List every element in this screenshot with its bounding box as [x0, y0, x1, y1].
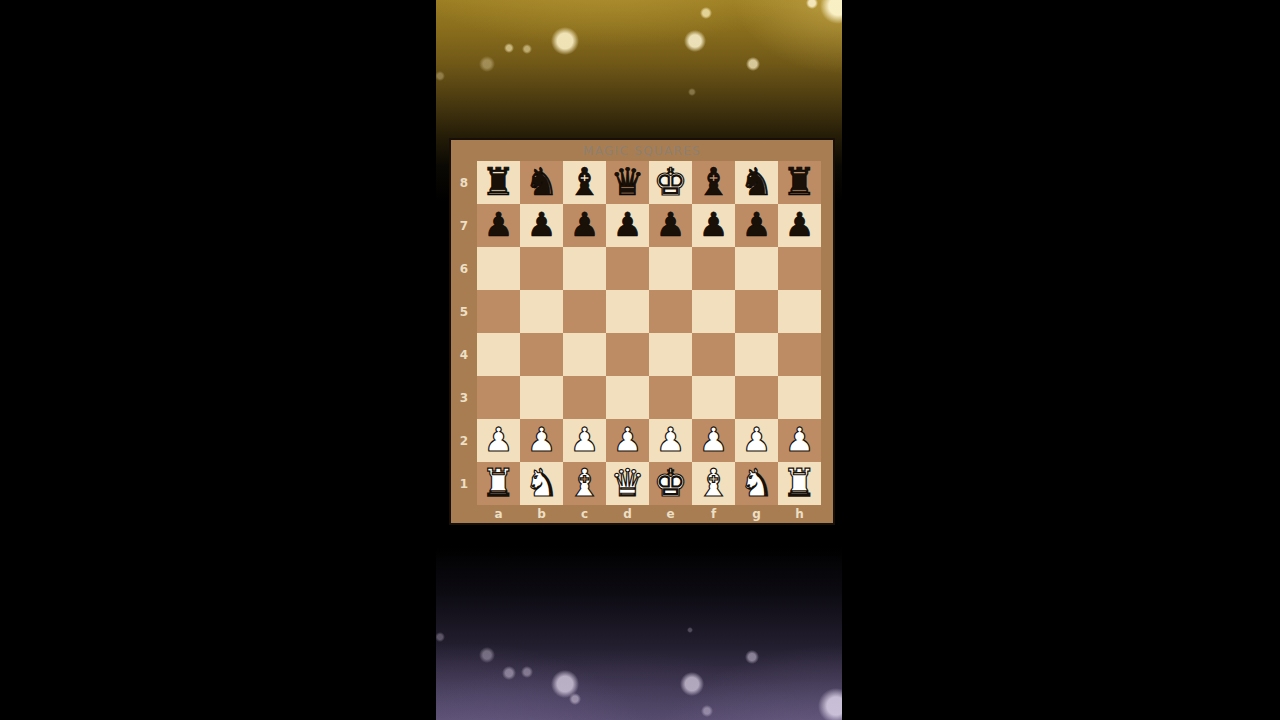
square-c4[interactable] [563, 333, 606, 376]
square-e3[interactable] [649, 376, 692, 419]
white-pawn[interactable]: ♟ [613, 423, 643, 456]
square-e6[interactable] [649, 247, 692, 290]
square-b3[interactable] [520, 376, 563, 419]
white-rook[interactable]: ♜ [782, 464, 816, 502]
square-d7[interactable]: ♟ [606, 204, 649, 247]
square-a4[interactable] [477, 333, 520, 376]
white-pawn[interactable]: ♟ [699, 423, 729, 456]
black-rook[interactable]: ♜ [481, 163, 515, 201]
square-g6[interactable] [735, 247, 778, 290]
square-f8[interactable]: ♝ [692, 161, 735, 204]
square-e1[interactable]: ♚ [649, 462, 692, 505]
square-c2[interactable]: ♟ [563, 419, 606, 462]
square-g1[interactable]: ♞ [735, 462, 778, 505]
square-h1[interactable]: ♜ [778, 462, 821, 505]
square-d5[interactable] [606, 290, 649, 333]
file-label-a: a [477, 505, 520, 523]
black-bishop[interactable]: ♝ [567, 163, 601, 201]
rank-label-7: 7 [451, 204, 477, 247]
square-a1[interactable]: ♜ [477, 462, 520, 505]
square-g4[interactable] [735, 333, 778, 376]
square-a6[interactable] [477, 247, 520, 290]
square-a3[interactable] [477, 376, 520, 419]
square-f4[interactable] [692, 333, 735, 376]
square-f7[interactable]: ♟ [692, 204, 735, 247]
square-b1[interactable]: ♞ [520, 462, 563, 505]
square-e2[interactable]: ♟ [649, 419, 692, 462]
white-pawn[interactable]: ♟ [527, 423, 557, 456]
black-bishop[interactable]: ♝ [696, 163, 730, 201]
square-h3[interactable] [778, 376, 821, 419]
square-b5[interactable] [520, 290, 563, 333]
black-pawn[interactable]: ♟ [785, 208, 815, 241]
square-c1[interactable]: ♝ [563, 462, 606, 505]
white-pawn[interactable]: ♟ [656, 423, 686, 456]
square-b2[interactable]: ♟ [520, 419, 563, 462]
square-c3[interactable] [563, 376, 606, 419]
rank-label-8: 8 [451, 161, 477, 204]
black-queen[interactable]: ♛ [610, 163, 644, 201]
white-bishop[interactable]: ♝ [567, 464, 601, 502]
square-h7[interactable]: ♟ [778, 204, 821, 247]
square-f1[interactable]: ♝ [692, 462, 735, 505]
square-d1[interactable]: ♛ [606, 462, 649, 505]
square-b4[interactable] [520, 333, 563, 376]
black-pawn[interactable]: ♟ [527, 208, 557, 241]
black-pawn[interactable]: ♟ [484, 208, 514, 241]
black-pawn[interactable]: ♟ [570, 208, 600, 241]
chess-board-panel: MAGIC SQUARES 87654321 ♜♞♝♛♚♝♞♜♟♟♟♟♟♟♟♟♟… [449, 138, 835, 525]
square-c6[interactable] [563, 247, 606, 290]
square-a7[interactable]: ♟ [477, 204, 520, 247]
square-e8[interactable]: ♚ [649, 161, 692, 204]
white-pawn[interactable]: ♟ [742, 423, 772, 456]
white-knight[interactable]: ♞ [739, 464, 773, 502]
square-c8[interactable]: ♝ [563, 161, 606, 204]
screenshot-stage: MAGIC SQUARES 87654321 ♜♞♝♛♚♝♞♜♟♟♟♟♟♟♟♟♟… [0, 0, 1280, 720]
square-f5[interactable] [692, 290, 735, 333]
rank-label-5: 5 [451, 290, 477, 333]
rank-labels: 87654321 [451, 161, 477, 505]
black-pawn[interactable]: ♟ [742, 208, 772, 241]
square-h5[interactable] [778, 290, 821, 333]
chess-board: ♜♞♝♛♚♝♞♜♟♟♟♟♟♟♟♟♟♟♟♟♟♟♟♟♜♞♝♛♚♝♞♜ [477, 161, 821, 505]
square-g5[interactable] [735, 290, 778, 333]
white-pawn[interactable]: ♟ [785, 423, 815, 456]
file-label-d: d [606, 505, 649, 523]
white-knight[interactable]: ♞ [524, 464, 558, 502]
square-e5[interactable] [649, 290, 692, 333]
square-c7[interactable]: ♟ [563, 204, 606, 247]
black-king[interactable]: ♚ [653, 163, 687, 201]
square-e7[interactable]: ♟ [649, 204, 692, 247]
black-knight[interactable]: ♞ [739, 163, 773, 201]
white-king[interactable]: ♚ [653, 464, 687, 502]
app-title: MAGIC SQUARES [451, 140, 833, 161]
file-label-b: b [520, 505, 563, 523]
rank-label-4: 4 [451, 333, 477, 376]
file-label-g: g [735, 505, 778, 523]
square-g8[interactable]: ♞ [735, 161, 778, 204]
square-d2[interactable]: ♟ [606, 419, 649, 462]
white-pawn[interactable]: ♟ [570, 423, 600, 456]
rank-label-1: 1 [451, 462, 477, 505]
file-label-c: c [563, 505, 606, 523]
square-h4[interactable] [778, 333, 821, 376]
square-d8[interactable]: ♛ [606, 161, 649, 204]
square-h6[interactable] [778, 247, 821, 290]
file-label-f: f [692, 505, 735, 523]
white-queen[interactable]: ♛ [610, 464, 644, 502]
rank-label-2: 2 [451, 419, 477, 462]
square-d6[interactable] [606, 247, 649, 290]
square-g7[interactable]: ♟ [735, 204, 778, 247]
square-e4[interactable] [649, 333, 692, 376]
square-g2[interactable]: ♟ [735, 419, 778, 462]
square-b8[interactable]: ♞ [520, 161, 563, 204]
white-bishop[interactable]: ♝ [696, 464, 730, 502]
square-g3[interactable] [735, 376, 778, 419]
square-f2[interactable]: ♟ [692, 419, 735, 462]
file-label-e: e [649, 505, 692, 523]
white-rook[interactable]: ♜ [481, 464, 515, 502]
rank-label-6: 6 [451, 247, 477, 290]
square-d3[interactable] [606, 376, 649, 419]
file-labels: abcdefgh [477, 505, 821, 523]
square-a2[interactable]: ♟ [477, 419, 520, 462]
square-a8[interactable]: ♜ [477, 161, 520, 204]
square-f3[interactable] [692, 376, 735, 419]
black-rook[interactable]: ♜ [782, 163, 816, 201]
square-b6[interactable] [520, 247, 563, 290]
black-pawn[interactable]: ♟ [613, 208, 643, 241]
square-f6[interactable] [692, 247, 735, 290]
square-h2[interactable]: ♟ [778, 419, 821, 462]
white-pawn[interactable]: ♟ [484, 423, 514, 456]
rank-label-3: 3 [451, 376, 477, 419]
square-d4[interactable] [606, 333, 649, 376]
black-pawn[interactable]: ♟ [699, 208, 729, 241]
black-knight[interactable]: ♞ [524, 163, 558, 201]
square-c5[interactable] [563, 290, 606, 333]
square-h8[interactable]: ♜ [778, 161, 821, 204]
black-pawn[interactable]: ♟ [656, 208, 686, 241]
square-b7[interactable]: ♟ [520, 204, 563, 247]
file-label-h: h [778, 505, 821, 523]
square-a5[interactable] [477, 290, 520, 333]
